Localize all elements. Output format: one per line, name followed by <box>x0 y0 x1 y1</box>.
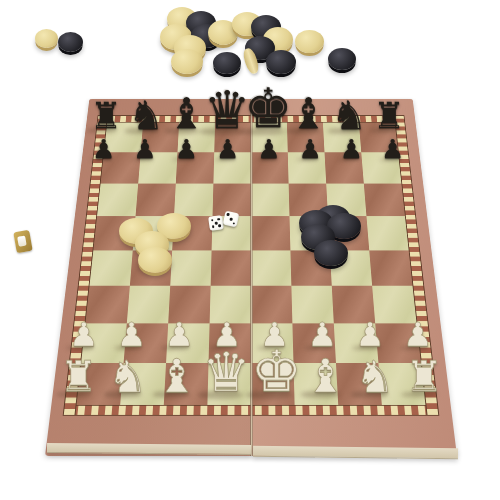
scattered-checker-light-16 <box>295 30 324 53</box>
scattered-checker-dark-18 <box>328 48 356 70</box>
piece-glyph: ♞ <box>106 355 150 399</box>
die-pip <box>217 218 220 221</box>
piece-shadow <box>351 391 388 397</box>
scattered-checker-light-1 <box>35 29 58 48</box>
chess-set-photo: ♜♞♝♛♚♝♞♜♟♟♟♟♟♟♟♟♟♟♟♟♟♟♟♟♜♞♝♛♚♝♞♜ <box>0 0 500 500</box>
piece-black-rook-h8: ♜ <box>371 98 407 134</box>
piece-shadow <box>255 158 277 162</box>
piece-black-king-e8: ♚ <box>241 82 295 136</box>
die-2-showing-3 <box>223 211 240 228</box>
piece-glyph: ♜ <box>58 356 100 398</box>
die-pip <box>212 225 215 228</box>
piece-glyph: ♜ <box>371 98 407 134</box>
piece-shadow <box>239 128 284 136</box>
piece-shadow <box>370 128 400 133</box>
scattered-checker-light-8 <box>171 49 203 74</box>
piece-glyph: ♛ <box>201 84 253 136</box>
piece-white-knight-g1: ♞ <box>353 355 397 399</box>
piece-black-bishop-c8: ♝ <box>166 93 208 135</box>
die-1-showing-5 <box>208 215 224 231</box>
piece-shadow <box>337 158 359 162</box>
piece-white-rook-h1: ♜ <box>403 356 445 398</box>
piece-black-pawn-d7: ♟ <box>215 136 241 162</box>
piece-shadow <box>296 158 318 162</box>
piece-shadow <box>197 391 242 399</box>
piece-glyph: ♟ <box>132 136 158 162</box>
piece-glyph: ♟ <box>401 318 434 351</box>
piece-shadow <box>114 346 142 351</box>
piece-white-bishop-c1: ♝ <box>154 353 200 399</box>
piece-glyph: ♞ <box>126 95 166 135</box>
piece-glyph: ♟ <box>173 136 199 162</box>
piece-black-pawn-h7: ♟ <box>380 136 406 162</box>
piece-shadow <box>328 128 362 134</box>
piece-glyph: ♟ <box>215 136 241 162</box>
piece-white-bishop-f1: ♝ <box>303 353 349 399</box>
piece-glyph: ♝ <box>166 93 208 135</box>
die-pip <box>218 224 221 227</box>
piece-shadow <box>66 346 94 351</box>
piece-white-pawn-c2: ♟ <box>163 318 196 351</box>
piece-glyph: ♟ <box>163 318 196 351</box>
piece-shadow <box>164 128 199 134</box>
piece-white-pawn-h2: ♟ <box>401 318 434 351</box>
piece-shadow <box>379 158 401 162</box>
scattered-checker-dark-17 <box>213 52 241 74</box>
piece-glyph: ♟ <box>67 318 100 351</box>
piece-glyph: ♝ <box>288 93 330 135</box>
piece-glyph: ♟ <box>354 318 387 351</box>
piece-black-queen-d8: ♛ <box>201 84 253 136</box>
piece-white-pawn-e2: ♟ <box>258 318 291 351</box>
piece-black-pawn-a7: ♟ <box>91 136 117 162</box>
piece-white-pawn-f2: ♟ <box>306 318 339 351</box>
scattered-checker-dark-2 <box>58 32 83 52</box>
piece-glyph: ♜ <box>88 98 124 134</box>
objects-layer: ♜♞♝♛♚♝♞♜♟♟♟♟♟♟♟♟♟♟♟♟♟♟♟♟♜♞♝♛♚♝♞♜ <box>0 0 500 500</box>
piece-shadow <box>305 346 333 351</box>
piece-glyph: ♝ <box>154 353 200 399</box>
piece-black-bishop-f8: ♝ <box>288 93 330 135</box>
piece-glyph: ♚ <box>248 343 305 400</box>
piece-glyph: ♟ <box>258 318 291 351</box>
piece-black-rook-a8: ♜ <box>88 98 124 134</box>
die-pip <box>227 213 230 216</box>
piece-shadow <box>161 346 189 351</box>
die-pip <box>229 217 232 220</box>
die-pip <box>232 222 235 225</box>
piece-white-pawn-g2: ♟ <box>354 318 387 351</box>
piece-shadow <box>104 391 141 397</box>
piece-glyph: ♚ <box>241 82 295 136</box>
piece-black-pawn-b7: ♟ <box>132 136 158 162</box>
piece-black-pawn-f7: ♟ <box>297 136 323 162</box>
piece-shadow <box>90 158 112 162</box>
piece-glyph: ♟ <box>380 136 406 162</box>
piece-shadow <box>352 346 380 351</box>
piece-shadow <box>286 128 321 134</box>
piece-white-queen-d1: ♛ <box>199 346 253 400</box>
die-pip <box>211 219 214 222</box>
piece-black-knight-g8: ♞ <box>329 95 369 135</box>
piece-glyph: ♟ <box>256 136 282 162</box>
piece-glyph: ♟ <box>210 318 243 351</box>
die-pip <box>215 222 218 225</box>
piece-shadow <box>125 128 159 134</box>
board-checker-dark-5 <box>314 240 348 266</box>
piece-white-pawn-b2: ♟ <box>115 318 148 351</box>
piece-glyph: ♟ <box>306 318 339 351</box>
piece-shadow <box>172 158 194 162</box>
piece-glyph: ♞ <box>353 355 397 399</box>
scattered-checker-dark-15 <box>266 50 296 74</box>
piece-black-pawn-e7: ♟ <box>256 136 282 162</box>
piece-glyph: ♟ <box>297 136 323 162</box>
piece-shadow <box>257 346 285 351</box>
piece-shadow <box>87 128 117 133</box>
piece-black-knight-b8: ♞ <box>126 95 166 135</box>
piece-glyph: ♟ <box>91 136 117 162</box>
piece-shadow <box>199 128 243 135</box>
piece-shadow <box>400 346 428 351</box>
piece-shadow <box>56 392 91 398</box>
piece-glyph: ♟ <box>338 136 364 162</box>
piece-black-pawn-g7: ♟ <box>338 136 364 162</box>
piece-shadow <box>209 346 237 351</box>
piece-white-king-e1: ♚ <box>248 343 305 400</box>
piece-shadow <box>131 158 153 162</box>
piece-glyph: ♛ <box>199 346 253 400</box>
piece-shadow <box>246 391 294 399</box>
piece-glyph: ♜ <box>403 356 445 398</box>
piece-white-pawn-a2: ♟ <box>67 318 100 351</box>
piece-white-knight-b1: ♞ <box>106 355 150 399</box>
piece-shadow <box>401 392 436 398</box>
piece-white-rook-a1: ♜ <box>58 356 100 398</box>
board-checker-light-4 <box>138 247 172 273</box>
piece-shadow <box>301 391 340 397</box>
piece-glyph: ♝ <box>303 353 349 399</box>
piece-shadow <box>214 158 236 162</box>
piece-white-pawn-d2: ♟ <box>210 318 243 351</box>
piece-shadow <box>152 391 191 397</box>
piece-glyph: ♟ <box>115 318 148 351</box>
piece-black-pawn-c7: ♟ <box>173 136 199 162</box>
piece-glyph: ♞ <box>329 95 369 135</box>
